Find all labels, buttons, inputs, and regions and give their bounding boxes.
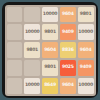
tile-9801: 9801 [42, 24, 58, 40]
tile-9801: 9801 [78, 7, 94, 23]
empty-cell [7, 7, 23, 23]
tile-9801: 9801 [24, 42, 40, 58]
tile-9604: 9604 [60, 78, 76, 94]
tile-9604: 9604 [60, 7, 76, 23]
empty-cell [7, 24, 23, 40]
empty-cell [7, 42, 23, 58]
game-board[interactable]: 1000096049801100009801940910000980196048… [5, 5, 96, 96]
empty-cell [7, 60, 23, 76]
tile-8649: 8649 [42, 78, 58, 94]
tile-8836: 8836 [60, 42, 76, 58]
tile-9025: 9025 [60, 60, 76, 76]
board-frame: 1000096049801100009801940910000980196048… [2, 2, 98, 98]
tile-10000: 10000 [78, 24, 94, 40]
empty-cell [7, 78, 23, 94]
tile-10000: 10000 [24, 24, 40, 40]
tile-9409: 9409 [60, 24, 76, 40]
tile-10000: 10000 [42, 7, 58, 23]
empty-cell [24, 60, 40, 76]
tile-9409: 9409 [78, 60, 94, 76]
tile-10000: 10000 [78, 78, 94, 94]
app-background: 1000096049801100009801940910000980196048… [0, 0, 100, 100]
tile-9604: 9604 [42, 42, 58, 58]
tile-9604: 9604 [78, 42, 94, 58]
empty-cell [24, 7, 40, 23]
tile-10000: 10000 [24, 78, 40, 94]
tile-9801: 9801 [42, 60, 58, 76]
